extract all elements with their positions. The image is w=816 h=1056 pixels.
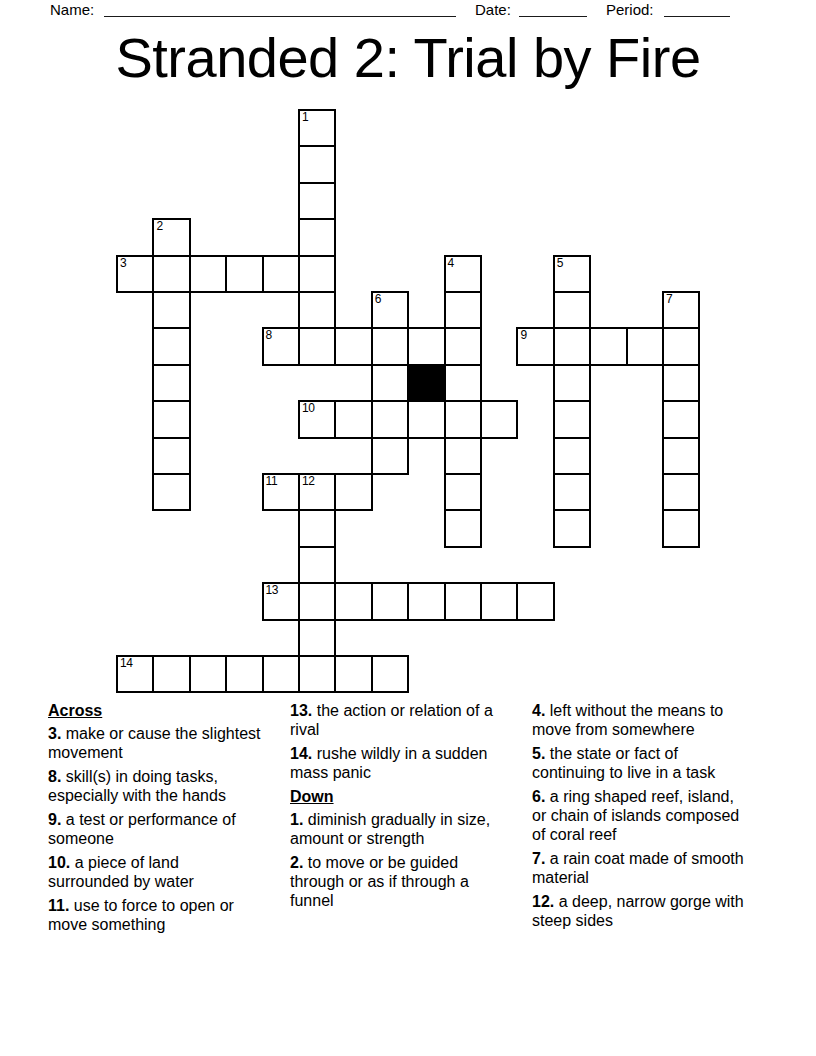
cell-number: 6: [375, 293, 381, 306]
clue-across-10: 10. a piece of land surrounded by water: [48, 853, 264, 891]
grid-cell[interactable]: [553, 437, 591, 475]
cell-number: 14: [120, 657, 132, 670]
grid-cell[interactable]: [407, 400, 445, 438]
cell-number: 10: [302, 402, 314, 415]
grid-cell[interactable]: [298, 182, 336, 220]
cell-number: 12: [302, 475, 314, 488]
grid-cell[interactable]: [480, 400, 518, 438]
cell-number: 8: [266, 329, 272, 342]
clue-number: 4.: [532, 702, 545, 719]
cell-number: 9: [520, 329, 526, 342]
clue-across-9: 9. a test or performance of someone: [48, 810, 264, 848]
grid-cell[interactable]: [371, 400, 409, 438]
grid-cell[interactable]: [553, 400, 591, 438]
clue-number: 11.: [48, 897, 69, 914]
grid-cell[interactable]: [152, 364, 190, 402]
date-label: Date:: [475, 1, 511, 18]
clue-across-14: 14. rushe wildly in a sudden mass panic: [290, 744, 506, 782]
clue-number: 14.: [290, 745, 312, 762]
clue-number: 10.: [48, 854, 70, 871]
clue-number: 2.: [290, 854, 303, 871]
grid-cell[interactable]: 9: [516, 327, 554, 365]
grid-cell[interactable]: 3: [116, 255, 154, 293]
grid-cell[interactable]: 11: [262, 473, 300, 511]
grid-cell[interactable]: [189, 655, 227, 693]
clue-across-13: 13. the action or relation of a rival: [290, 701, 506, 739]
grid-cell[interactable]: [371, 437, 409, 475]
blocked-cell: [407, 364, 445, 402]
cell-number: 7: [666, 293, 672, 306]
clue-number: 13.: [290, 702, 312, 719]
grid-cell[interactable]: [298, 546, 336, 584]
clue-across-3: 3. make or cause the slightest movement: [48, 724, 264, 762]
clue-number: 3.: [48, 725, 61, 742]
clue-down-6: 6. a ring shaped reef, island, or chain …: [532, 787, 748, 844]
grid-cell[interactable]: [371, 582, 409, 620]
grid-cell[interactable]: [298, 327, 336, 365]
grid-cell[interactable]: 7: [662, 291, 700, 329]
grid-cell[interactable]: [152, 473, 190, 511]
cell-number: 11: [266, 475, 277, 488]
clue-number: 9.: [48, 811, 61, 828]
grid-cell[interactable]: [553, 509, 591, 547]
grid-cell[interactable]: [444, 291, 482, 329]
grid-cell[interactable]: [152, 327, 190, 365]
grid-cell[interactable]: [334, 400, 372, 438]
grid-cell[interactable]: [152, 400, 190, 438]
crossword-grid: 1234567891011121314: [117, 110, 700, 693]
grid-cell[interactable]: [298, 145, 336, 183]
grid-cell[interactable]: [407, 582, 445, 620]
grid-cell[interactable]: [444, 582, 482, 620]
grid-cell[interactable]: [371, 655, 409, 693]
clue-down-2: 2. to move or be guided through or as if…: [290, 853, 506, 910]
period-blank-line[interactable]: [664, 16, 730, 17]
grid-cell[interactable]: [662, 400, 700, 438]
down-heading: Down: [290, 787, 506, 806]
grid-cell[interactable]: [371, 364, 409, 402]
grid-cell[interactable]: [553, 473, 591, 511]
grid-cell[interactable]: [189, 255, 227, 293]
cell-number: 5: [557, 257, 563, 270]
grid-cell[interactable]: [298, 218, 336, 256]
grid-cell[interactable]: [444, 400, 482, 438]
clue-number: 8.: [48, 768, 61, 785]
clue-across-8: 8. skill(s) in doing tasks, especially w…: [48, 767, 264, 805]
grid-cell[interactable]: [516, 582, 554, 620]
grid-cell[interactable]: [444, 509, 482, 547]
grid-cell[interactable]: [334, 473, 372, 511]
grid-cell[interactable]: 1: [298, 109, 336, 147]
clue-column-3: 4. left without the means to move from s…: [532, 701, 748, 939]
period-label: Period:: [606, 1, 654, 18]
grid-cell[interactable]: [262, 655, 300, 693]
grid-cell[interactable]: 13: [262, 582, 300, 620]
cell-number: 13: [266, 584, 278, 597]
grid-cell[interactable]: [152, 655, 190, 693]
grid-cell[interactable]: 14: [116, 655, 154, 693]
clue-down-5: 5. the state or fact of continuing to li…: [532, 744, 748, 782]
grid-cell[interactable]: [298, 582, 336, 620]
grid-cell[interactable]: [444, 327, 482, 365]
clue-number: 6.: [532, 788, 545, 805]
grid-cell[interactable]: [589, 327, 627, 365]
across-heading: Across: [48, 701, 264, 720]
grid-cell[interactable]: [480, 582, 518, 620]
grid-cell[interactable]: 6: [371, 291, 409, 329]
grid-cell[interactable]: 12: [298, 473, 336, 511]
name-blank-line[interactable]: [104, 16, 456, 17]
grid-cell[interactable]: [662, 437, 700, 475]
grid-cell[interactable]: [298, 509, 336, 547]
clue-list: Across3. make or cause the slightest mov…: [48, 701, 748, 939]
grid-cell[interactable]: [334, 582, 372, 620]
name-label: Name:: [50, 1, 94, 18]
grid-cell[interactable]: [371, 327, 409, 365]
grid-cell[interactable]: [298, 255, 336, 293]
grid-cell[interactable]: [662, 327, 700, 365]
grid-cell[interactable]: [152, 255, 190, 293]
clue-number: 5.: [532, 745, 545, 762]
grid-cell[interactable]: [662, 473, 700, 511]
puzzle-title: Stranded 2: Trial by Fire: [0, 28, 816, 88]
grid-cell[interactable]: [152, 291, 190, 329]
grid-cell[interactable]: [626, 327, 664, 365]
grid-cell[interactable]: [444, 437, 482, 475]
grid-cell[interactable]: [444, 473, 482, 511]
clue-down-1: 1. diminish gradually in size, amount or…: [290, 810, 506, 848]
grid-cell[interactable]: [262, 255, 300, 293]
grid-cell[interactable]: [407, 327, 445, 365]
clue-column-1: Across3. make or cause the slightest mov…: [48, 701, 264, 939]
grid-cell[interactable]: [334, 655, 372, 693]
grid-cell[interactable]: 5: [553, 255, 591, 293]
clue-down-4: 4. left without the means to move from s…: [532, 701, 748, 739]
cell-number: 2: [156, 220, 162, 233]
grid-cell[interactable]: [553, 364, 591, 402]
date-blank-line[interactable]: [519, 16, 587, 17]
grid-cell[interactable]: [152, 437, 190, 475]
grid-cell[interactable]: 8: [262, 327, 300, 365]
clue-number: 1.: [290, 811, 303, 828]
grid-cell[interactable]: [298, 655, 336, 693]
grid-cell[interactable]: [662, 364, 700, 402]
grid-cell[interactable]: [298, 291, 336, 329]
clue-number: 12.: [532, 893, 554, 910]
clue-number: 7.: [532, 850, 545, 867]
grid-cell[interactable]: 4: [444, 255, 482, 293]
clue-across-11: 11. use to force to open or move somethi…: [48, 896, 264, 934]
cell-number: 3: [120, 257, 126, 270]
grid-cell[interactable]: [662, 509, 700, 547]
grid-cell[interactable]: [553, 327, 591, 365]
crossword-worksheet: Name: Date: Period: Stranded 2: Trial by…: [0, 0, 816, 1056]
grid-cell[interactable]: [553, 291, 591, 329]
grid-cell[interactable]: [225, 255, 263, 293]
grid-cell[interactable]: 2: [152, 218, 190, 256]
clue-down-12: 12. a deep, narrow gorge with steep side…: [532, 892, 748, 930]
clue-column-2: 13. the action or relation of a rival14.…: [290, 701, 506, 939]
grid-cell[interactable]: 10: [298, 400, 336, 438]
grid-cell[interactable]: [334, 327, 372, 365]
clue-down-7: 7. a rain coat made of smooth material: [532, 849, 748, 887]
grid-cell[interactable]: [298, 619, 336, 657]
cell-number: 4: [448, 257, 454, 270]
grid-cell[interactable]: [225, 655, 263, 693]
cell-number: 1: [302, 111, 308, 124]
grid-cell[interactable]: [444, 364, 482, 402]
